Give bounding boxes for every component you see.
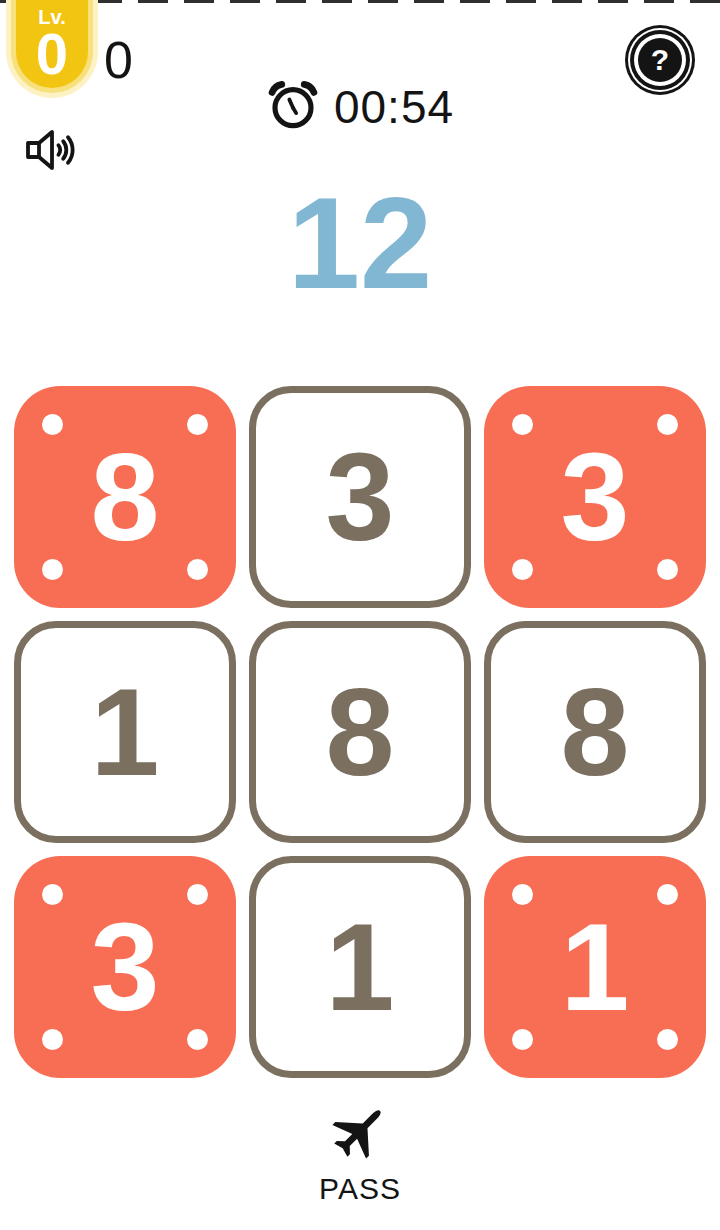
alarm-clock-icon xyxy=(266,78,320,136)
puzzle-board: 8 3 3 1 8 8 3 1 xyxy=(14,386,706,1078)
corner-dot xyxy=(187,1029,208,1050)
cell-number: 1 xyxy=(326,905,395,1029)
board-cell-r0c0[interactable]: 8 xyxy=(14,386,236,608)
board-cell-r1c2[interactable]: 8 xyxy=(484,621,706,843)
timer-value: 00:54 xyxy=(334,80,454,134)
corner-dot xyxy=(657,559,678,580)
help-button[interactable]: ? xyxy=(638,38,682,82)
timer: 00:54 xyxy=(0,78,720,136)
game-screen: Lv. 0 0 00:54 ? 12 xyxy=(0,0,720,1230)
board-cell-r1c0[interactable]: 1 xyxy=(14,621,236,843)
level-badge: Lv. 0 xyxy=(16,0,88,88)
board-cell-r2c1[interactable]: 1 xyxy=(249,856,471,1078)
target-number: 12 xyxy=(0,178,720,308)
question-mark-icon: ? xyxy=(651,43,669,77)
corner-dot xyxy=(512,884,533,905)
cell-number: 8 xyxy=(561,670,630,794)
airplane-icon xyxy=(329,1100,391,1166)
corner-dot xyxy=(187,414,208,435)
cell-number: 1 xyxy=(91,670,160,794)
cell-number: 3 xyxy=(326,435,395,559)
board-cell-r2c0[interactable]: 3 xyxy=(14,856,236,1078)
corner-dot xyxy=(42,414,63,435)
level-value: 0 xyxy=(36,29,68,78)
board-cell-r1c1[interactable]: 8 xyxy=(249,621,471,843)
corner-dot xyxy=(512,1029,533,1050)
board-cell-r0c1[interactable]: 3 xyxy=(249,386,471,608)
corner-dot xyxy=(657,414,678,435)
corner-dot xyxy=(657,884,678,905)
cell-number: 8 xyxy=(326,670,395,794)
pass-label: PASS xyxy=(319,1172,401,1206)
corner-dot xyxy=(42,1029,63,1050)
corner-dot xyxy=(512,414,533,435)
top-dashed-divider xyxy=(0,0,720,3)
corner-dot xyxy=(42,559,63,580)
cell-number: 1 xyxy=(561,905,630,1029)
board-cell-r0c2[interactable]: 3 xyxy=(484,386,706,608)
cell-number: 3 xyxy=(561,435,630,559)
corner-dot xyxy=(42,884,63,905)
speaker-icon xyxy=(22,160,78,177)
board-cell-r2c2[interactable]: 1 xyxy=(484,856,706,1078)
corner-dot xyxy=(512,559,533,580)
cell-number: 3 xyxy=(91,905,160,1029)
corner-dot xyxy=(187,559,208,580)
cell-number: 8 xyxy=(91,435,160,559)
corner-dot xyxy=(187,884,208,905)
pass-button[interactable]: PASS xyxy=(0,1100,720,1206)
corner-dot xyxy=(657,1029,678,1050)
